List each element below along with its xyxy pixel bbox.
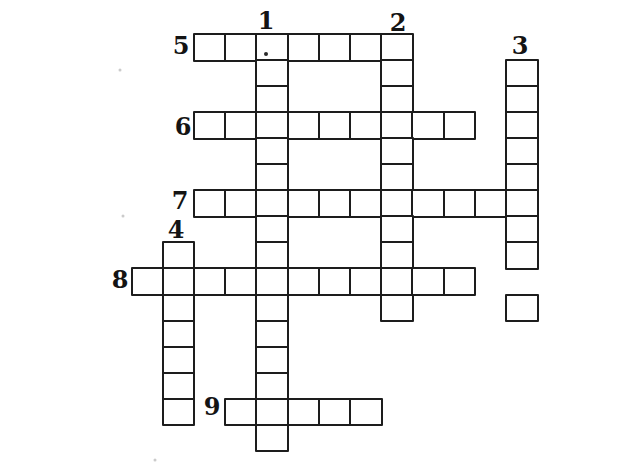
grid-cell[interactable]	[318, 111, 352, 140]
grid-cell[interactable]	[224, 111, 258, 140]
grid-cell[interactable]	[193, 267, 227, 296]
scan-speck	[122, 215, 125, 218]
grid-cell[interactable]	[505, 294, 539, 323]
grid-cell[interactable]	[162, 241, 196, 270]
grid-cell[interactable]	[380, 215, 414, 244]
grid-cell[interactable]	[255, 33, 289, 62]
grid-cell[interactable]	[162, 346, 196, 375]
cell-dot-mark	[264, 52, 268, 56]
grid-cell[interactable]	[255, 267, 289, 296]
grid-cell[interactable]	[318, 33, 352, 62]
clue-number-6: 6	[175, 115, 192, 139]
grid-cell[interactable]	[162, 267, 196, 296]
grid-cell[interactable]	[193, 33, 227, 62]
grid-cell[interactable]	[380, 241, 414, 270]
grid-cell[interactable]	[255, 189, 289, 218]
grid-cell[interactable]	[443, 267, 477, 296]
grid-cell[interactable]	[380, 59, 414, 88]
clue-number-3: 3	[512, 34, 529, 58]
grid-cell[interactable]	[318, 267, 352, 296]
grid-cell[interactable]	[255, 294, 289, 323]
grid-cell[interactable]	[162, 294, 196, 323]
grid-cell[interactable]	[505, 189, 539, 218]
grid-cell[interactable]	[287, 267, 321, 296]
grid-cell[interactable]	[443, 189, 477, 218]
crossword-board: 123456789	[0, 0, 640, 476]
grid-cell[interactable]	[255, 241, 289, 270]
grid-cell[interactable]	[349, 398, 383, 427]
grid-cell[interactable]	[224, 33, 258, 62]
grid-cell[interactable]	[255, 163, 289, 192]
scan-speck	[119, 69, 122, 72]
grid-cell[interactable]	[349, 111, 383, 140]
grid-cell[interactable]	[380, 189, 414, 218]
grid-cell[interactable]	[255, 215, 289, 244]
grid-cell[interactable]	[318, 189, 352, 218]
grid-cell[interactable]	[411, 189, 445, 218]
clue-number-7: 7	[172, 189, 189, 213]
grid-cell[interactable]	[162, 372, 196, 401]
grid-cell[interactable]	[287, 33, 321, 62]
grid-cell[interactable]	[255, 59, 289, 88]
grid-cell[interactable]	[380, 137, 414, 166]
grid-cell[interactable]	[505, 215, 539, 244]
grid-cell[interactable]	[162, 398, 196, 427]
grid-cell[interactable]	[349, 33, 383, 62]
grid-cell[interactable]	[443, 111, 477, 140]
grid-cell[interactable]	[287, 189, 321, 218]
grid-cell[interactable]	[193, 111, 227, 140]
grid-cell[interactable]	[224, 189, 258, 218]
grid-cell[interactable]	[255, 372, 289, 401]
grid-cell[interactable]	[287, 398, 321, 427]
grid-cell[interactable]	[224, 398, 258, 427]
clue-number-4: 4	[168, 218, 185, 242]
grid-cell[interactable]	[380, 33, 414, 62]
scan-speck	[154, 459, 157, 462]
grid-cell[interactable]	[349, 267, 383, 296]
grid-cell[interactable]	[380, 85, 414, 114]
grid-cell[interactable]	[162, 320, 196, 349]
clue-number-2: 2	[390, 11, 407, 35]
grid-cell[interactable]	[505, 163, 539, 192]
grid-cell[interactable]	[255, 346, 289, 375]
grid-cell[interactable]	[474, 189, 508, 218]
grid-cell[interactable]	[131, 267, 165, 296]
grid-cell[interactable]	[380, 163, 414, 192]
grid-cell[interactable]	[505, 137, 539, 166]
grid-cell[interactable]	[380, 294, 414, 323]
grid-cell[interactable]	[505, 59, 539, 88]
clue-number-8: 8	[112, 268, 129, 292]
grid-cell[interactable]	[505, 111, 539, 140]
clue-number-1: 1	[258, 9, 275, 33]
grid-cell[interactable]	[255, 398, 289, 427]
grid-cell[interactable]	[255, 320, 289, 349]
grid-cell[interactable]	[505, 241, 539, 270]
grid-cell[interactable]	[380, 267, 414, 296]
grid-cell[interactable]	[411, 267, 445, 296]
grid-cell[interactable]	[318, 398, 352, 427]
grid-cell[interactable]	[255, 137, 289, 166]
grid-cell[interactable]	[411, 111, 445, 140]
grid-cell[interactable]	[349, 189, 383, 218]
grid-cell[interactable]	[380, 111, 414, 140]
grid-cell[interactable]	[287, 111, 321, 140]
clue-number-5: 5	[173, 34, 190, 58]
grid-cell[interactable]	[193, 189, 227, 218]
clue-number-9: 9	[204, 395, 221, 419]
grid-cell[interactable]	[255, 424, 289, 453]
grid-cell[interactable]	[224, 267, 258, 296]
grid-cell[interactable]	[255, 85, 289, 114]
grid-cell[interactable]	[505, 85, 539, 114]
grid-cell[interactable]	[255, 111, 289, 140]
